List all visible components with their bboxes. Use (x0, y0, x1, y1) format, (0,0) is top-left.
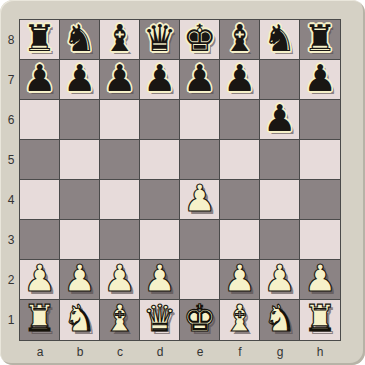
white-pawn-d2[interactable]: ♟ (143, 259, 176, 299)
square-f6[interactable] (220, 100, 260, 140)
square-f5[interactable] (220, 140, 260, 180)
black-king-e8[interactable]: ♚ (183, 19, 216, 59)
square-g4[interactable] (260, 180, 300, 220)
rank-label-8: 8 (0, 20, 19, 60)
square-b1[interactable]: ♞ (60, 300, 100, 340)
square-c4[interactable] (100, 180, 140, 220)
black-pawn-c7[interactable]: ♟ (103, 59, 136, 99)
black-pawn-f7[interactable]: ♟ (223, 59, 256, 99)
white-pawn-b2[interactable]: ♟ (63, 259, 96, 299)
square-e6[interactable] (180, 100, 220, 140)
square-d2[interactable]: ♟ (140, 260, 180, 300)
white-bishop-c1[interactable]: ♝ (103, 299, 136, 339)
square-g7[interactable] (260, 60, 300, 100)
square-h3[interactable] (300, 220, 340, 260)
rank-label-3: 3 (0, 220, 19, 260)
black-pawn-a7[interactable]: ♟ (23, 59, 56, 99)
square-h4[interactable] (300, 180, 340, 220)
white-pawn-c2[interactable]: ♟ (103, 259, 136, 299)
square-f3[interactable] (220, 220, 260, 260)
square-c2[interactable]: ♟ (100, 260, 140, 300)
square-a6[interactable] (20, 100, 60, 140)
rank-label-5: 5 (0, 140, 19, 180)
file-label-a: a (20, 342, 60, 362)
black-rook-a8[interactable]: ♜ (23, 19, 56, 59)
white-knight-b1[interactable]: ♞ (63, 299, 96, 339)
square-h2[interactable]: ♟ (300, 260, 340, 300)
square-d4[interactable] (140, 180, 180, 220)
square-h7[interactable]: ♟ (300, 60, 340, 100)
file-label-h: h (300, 342, 340, 362)
square-a5[interactable] (20, 140, 60, 180)
square-h1[interactable]: ♜ (300, 300, 340, 340)
white-pawn-h2[interactable]: ♟ (303, 259, 336, 299)
square-e1[interactable]: ♚ (180, 300, 220, 340)
square-f2[interactable]: ♟ (220, 260, 260, 300)
square-c8[interactable]: ♝ (100, 20, 140, 60)
rank-label-7: 7 (0, 60, 19, 100)
white-pawn-f2[interactable]: ♟ (223, 259, 256, 299)
black-pawn-e7[interactable]: ♟ (183, 59, 216, 99)
square-d5[interactable] (140, 140, 180, 180)
square-c6[interactable] (100, 100, 140, 140)
square-d3[interactable] (140, 220, 180, 260)
square-a3[interactable] (20, 220, 60, 260)
file-label-c: c (100, 342, 140, 362)
square-b6[interactable] (60, 100, 100, 140)
rank-label-1: 1 (0, 300, 19, 340)
file-labels: abcdefgh (20, 342, 340, 362)
square-g1[interactable]: ♞ (260, 300, 300, 340)
white-knight-g1[interactable]: ♞ (263, 299, 296, 339)
square-g3[interactable] (260, 220, 300, 260)
file-label-g: g (260, 342, 300, 362)
square-g2[interactable]: ♟ (260, 260, 300, 300)
square-b2[interactable]: ♟ (60, 260, 100, 300)
white-pawn-e4[interactable]: ♟ (183, 179, 216, 219)
black-knight-g8[interactable]: ♞ (263, 19, 296, 59)
file-label-d: d (140, 342, 180, 362)
white-bishop-f1[interactable]: ♝ (223, 299, 256, 339)
square-a7[interactable]: ♟ (20, 60, 60, 100)
white-rook-h1[interactable]: ♜ (303, 299, 336, 339)
square-c1[interactable]: ♝ (100, 300, 140, 340)
black-queen-d8[interactable]: ♛ (143, 19, 176, 59)
white-pawn-a2[interactable]: ♟ (23, 259, 56, 299)
rank-label-2: 2 (0, 260, 19, 300)
square-h8[interactable]: ♜ (300, 20, 340, 60)
square-c7[interactable]: ♟ (100, 60, 140, 100)
board[interactable]: ♜♞♝♛♚♝♞♜♟♟♟♟♟♟♟♟♟♟♟♟♟♟♟♟♜♞♝♛♚♝♞♜ (19, 19, 341, 341)
square-e4[interactable]: ♟ (180, 180, 220, 220)
square-a8[interactable]: ♜ (20, 20, 60, 60)
rank-labels: 87654321 (0, 20, 19, 340)
square-b4[interactable] (60, 180, 100, 220)
square-e8[interactable]: ♚ (180, 20, 220, 60)
black-knight-b8[interactable]: ♞ (63, 19, 96, 59)
square-a4[interactable] (20, 180, 60, 220)
black-rook-h8[interactable]: ♜ (303, 19, 336, 59)
rank-label-6: 6 (0, 100, 19, 140)
square-e2[interactable] (180, 260, 220, 300)
square-b8[interactable]: ♞ (60, 20, 100, 60)
black-pawn-h7[interactable]: ♟ (303, 59, 336, 99)
square-b5[interactable] (60, 140, 100, 180)
square-f4[interactable] (220, 180, 260, 220)
white-pawn-g2[interactable]: ♟ (263, 259, 296, 299)
square-g8[interactable]: ♞ (260, 20, 300, 60)
square-h6[interactable] (300, 100, 340, 140)
square-c5[interactable] (100, 140, 140, 180)
square-d1[interactable]: ♛ (140, 300, 180, 340)
square-e7[interactable]: ♟ (180, 60, 220, 100)
square-f8[interactable]: ♝ (220, 20, 260, 60)
square-d7[interactable]: ♟ (140, 60, 180, 100)
square-f7[interactable]: ♟ (220, 60, 260, 100)
square-e5[interactable] (180, 140, 220, 180)
white-queen-d1[interactable]: ♛ (143, 299, 176, 339)
black-pawn-g6[interactable]: ♟ (263, 99, 296, 139)
square-d8[interactable]: ♛ (140, 20, 180, 60)
square-e3[interactable] (180, 220, 220, 260)
square-b7[interactable]: ♟ (60, 60, 100, 100)
white-rook-a1[interactable]: ♜ (23, 299, 56, 339)
square-h5[interactable] (300, 140, 340, 180)
square-b3[interactable] (60, 220, 100, 260)
square-d6[interactable] (140, 100, 180, 140)
file-label-b: b (60, 342, 100, 362)
square-g6[interactable]: ♟ (260, 100, 300, 140)
square-f1[interactable]: ♝ (220, 300, 260, 340)
rank-label-4: 4 (0, 180, 19, 220)
square-g5[interactable] (260, 140, 300, 180)
black-pawn-b7[interactable]: ♟ (63, 59, 96, 99)
white-king-e1[interactable]: ♚ (183, 299, 216, 339)
square-c3[interactable] (100, 220, 140, 260)
black-pawn-d7[interactable]: ♟ (143, 59, 176, 99)
black-bishop-f8[interactable]: ♝ (223, 19, 256, 59)
square-a1[interactable]: ♜ (20, 300, 60, 340)
file-label-e: e (180, 342, 220, 362)
black-bishop-c8[interactable]: ♝ (103, 19, 136, 59)
square-a2[interactable]: ♟ (20, 260, 60, 300)
file-label-f: f (220, 342, 260, 362)
board-panel: 87654321 ♜♞♝♛♚♝♞♜♟♟♟♟♟♟♟♟♟♟♟♟♟♟♟♟♜♞♝♛♚♝♞… (0, 0, 365, 365)
